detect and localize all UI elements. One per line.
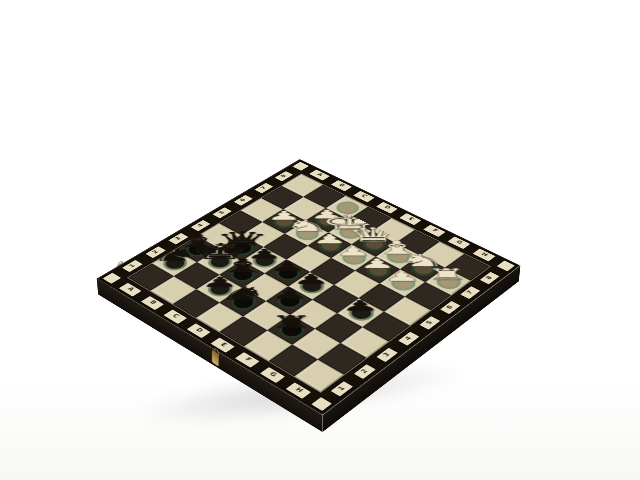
piece-black-bishop-c3[interactable]: ♝ [216, 256, 269, 275]
piece-white-bishop-c8[interactable]: ♝ [322, 192, 371, 208]
scene: AABBCCDDEEFFGGHH1122334455667788 ♞♝♚♛♟♝♟… [0, 0, 640, 480]
piece-black-knight-a2[interactable]: ♞ [150, 247, 200, 264]
product-photo-canvas: AABBCCDDEEFFGGHH1122334455667788 ♞♝♚♛♟♝♟… [0, 0, 640, 480]
chess-board: AABBCCDDEEFFGGHH1122334455667788 ♞♝♚♛♟♝♟… [97, 159, 521, 415]
